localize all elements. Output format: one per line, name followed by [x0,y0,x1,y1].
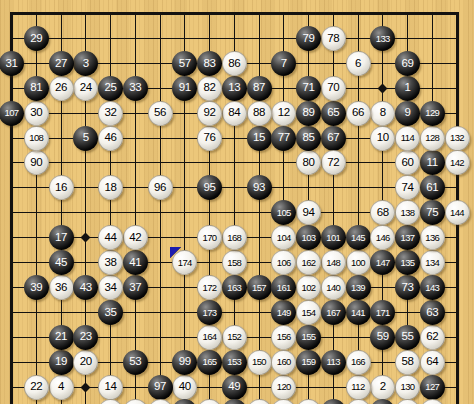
stone-161[interactable]: 161 [271,275,296,300]
stone-94[interactable]: 94 [296,200,321,225]
stone-128[interactable]: 128 [420,126,445,151]
stone-148[interactable]: 148 [321,250,346,275]
stone-75[interactable]: 75 [420,200,445,225]
partial-stone[interactable] [197,399,222,404]
stone-92[interactable]: 92 [197,101,222,126]
stone-31[interactable]: 31 [0,51,24,76]
stone-83[interactable]: 83 [197,51,222,76]
stone-55[interactable]: 55 [395,325,420,350]
stone-16[interactable]: 16 [49,175,74,200]
stone-152[interactable]: 152 [222,325,247,350]
stone-59[interactable]: 59 [370,325,395,350]
stone-158[interactable]: 158 [222,250,247,275]
stone-17[interactable]: 17 [49,225,74,250]
stone-62[interactable]: 62 [420,325,445,350]
stone-160[interactable]: 160 [271,350,296,375]
stone-86[interactable]: 86 [222,51,247,76]
stone-157[interactable]: 157 [247,275,272,300]
stone-57[interactable]: 57 [172,51,197,76]
stone-171[interactable]: 171 [370,300,395,325]
stone-41[interactable]: 41 [123,250,148,275]
stone-78[interactable]: 78 [321,26,346,51]
star-point [81,233,91,243]
grid-line-vertical [333,12,334,404]
stone-37[interactable]: 37 [123,275,148,300]
stone-139[interactable]: 139 [346,275,371,300]
stone-93[interactable]: 93 [247,175,272,200]
stone-80[interactable]: 80 [296,150,321,175]
stone-65[interactable]: 65 [321,101,346,126]
stone-46[interactable]: 46 [98,126,123,151]
stone-144[interactable]: 144 [445,200,470,225]
grid-line-horizontal [10,187,459,188]
stone-5[interactable]: 5 [73,126,98,151]
stone-1[interactable]: 1 [395,76,420,101]
stone-53[interactable]: 53 [123,350,148,375]
stone-4[interactable]: 4 [49,375,74,400]
stone-164[interactable]: 164 [197,325,222,350]
partial-stone[interactable] [395,399,420,404]
stone-135[interactable]: 135 [395,250,420,275]
stone-44[interactable]: 44 [98,225,123,250]
stone-147[interactable]: 147 [370,250,395,275]
stone-26[interactable]: 26 [49,76,74,101]
stone-163[interactable]: 163 [222,275,247,300]
stone-66[interactable]: 66 [346,101,371,126]
grid-line-vertical [36,12,37,404]
stone-74[interactable]: 74 [395,175,420,200]
stone-3[interactable]: 3 [73,51,98,76]
stone-39[interactable]: 39 [24,275,49,300]
stone-138[interactable]: 138 [395,200,420,225]
stone-23[interactable]: 23 [73,325,98,350]
stone-172[interactable]: 172 [197,275,222,300]
stone-77[interactable]: 77 [271,126,296,151]
stone-56[interactable]: 56 [148,101,173,126]
grid-line-vertical [110,12,111,404]
stone-18[interactable]: 18 [98,175,123,200]
stone-130[interactable]: 130 [395,375,420,400]
stone-2[interactable]: 2 [370,375,395,400]
stone-99[interactable]: 99 [172,350,197,375]
stone-108[interactable]: 108 [24,126,49,151]
stone-85[interactable]: 85 [296,126,321,151]
stone-9[interactable]: 9 [395,101,420,126]
stone-25[interactable]: 25 [98,76,123,101]
stone-84[interactable]: 84 [222,101,247,126]
stone-134[interactable]: 134 [420,250,445,275]
stone-14[interactable]: 14 [98,375,123,400]
stone-64[interactable]: 64 [420,350,445,375]
stone-88[interactable]: 88 [247,101,272,126]
stone-70[interactable]: 70 [321,76,346,101]
stone-72[interactable]: 72 [321,150,346,175]
stone-159[interactable]: 159 [296,350,321,375]
partial-stone[interactable] [420,399,445,404]
stone-32[interactable]: 32 [98,101,123,126]
stone-21[interactable]: 21 [49,325,74,350]
stone-45[interactable]: 45 [49,250,74,275]
stone-107[interactable]: 107 [0,101,24,126]
stone-34[interactable]: 34 [98,275,123,300]
go-diagram: 1234567891011121314151617181920212223242… [0,0,474,404]
stone-27[interactable]: 27 [49,51,74,76]
stone-162[interactable]: 162 [296,250,321,275]
stone-168[interactable]: 168 [222,225,247,250]
stone-136[interactable]: 136 [420,225,445,250]
go-board[interactable]: 1234567891011121314151617181920212223242… [0,0,474,404]
partial-stone[interactable] [346,399,371,404]
stone-112[interactable]: 112 [346,375,371,400]
stone-40[interactable]: 40 [172,375,197,400]
stone-132[interactable]: 132 [445,126,470,151]
stone-106[interactable]: 106 [271,250,296,275]
stone-7[interactable]: 7 [271,51,296,76]
stone-76[interactable]: 76 [197,126,222,151]
stone-58[interactable]: 58 [395,350,420,375]
stone-11[interactable]: 11 [420,150,445,175]
stone-174[interactable]: 174 [172,250,197,275]
star-point [81,382,91,392]
stone-95[interactable]: 95 [197,175,222,200]
stone-22[interactable]: 22 [24,375,49,400]
stone-129[interactable]: 129 [420,101,445,126]
grid-line-vertical [259,12,260,404]
stone-140[interactable]: 140 [321,275,346,300]
stone-8[interactable]: 8 [370,101,395,126]
partial-stone[interactable] [98,399,123,404]
stone-69[interactable]: 69 [395,51,420,76]
stone-153[interactable]: 153 [222,350,247,375]
stone-96[interactable]: 96 [148,175,173,200]
partial-stone[interactable] [271,399,296,404]
stone-127[interactable]: 127 [420,375,445,400]
stone-113[interactable]: 113 [321,350,346,375]
stone-97[interactable]: 97 [148,375,173,400]
stone-170[interactable]: 170 [197,225,222,250]
partial-stone[interactable] [123,399,148,404]
stone-103[interactable]: 103 [296,225,321,250]
stone-79[interactable]: 79 [296,26,321,51]
stone-101[interactable]: 101 [321,225,346,250]
stone-150[interactable]: 150 [247,350,272,375]
stone-30[interactable]: 30 [24,101,49,126]
stone-61[interactable]: 61 [420,175,445,200]
stone-81[interactable]: 81 [24,76,49,101]
stone-91[interactable]: 91 [172,76,197,101]
stone-29[interactable]: 29 [24,26,49,51]
last-move-marker [170,247,181,258]
stone-167[interactable]: 167 [321,300,346,325]
stone-155[interactable]: 155 [296,325,321,350]
stone-82[interactable]: 82 [197,76,222,101]
stone-143[interactable]: 143 [420,275,445,300]
partial-stone[interactable] [222,399,247,404]
stone-146[interactable]: 146 [370,225,395,250]
stone-149[interactable]: 149 [271,300,296,325]
partial-stone[interactable] [148,399,173,404]
stone-89[interactable]: 89 [296,101,321,126]
stone-10[interactable]: 10 [370,126,395,151]
partial-stone[interactable] [321,399,346,404]
stone-87[interactable]: 87 [247,76,272,101]
stone-68[interactable]: 68 [370,200,395,225]
partial-stone[interactable] [247,399,272,404]
grid-line-vertical [160,12,161,404]
stone-120[interactable]: 120 [271,375,296,400]
stone-104[interactable]: 104 [271,225,296,250]
stone-173[interactable]: 173 [197,300,222,325]
grid-line-vertical [135,12,136,404]
stone-38[interactable]: 38 [98,250,123,275]
stone-145[interactable]: 145 [346,225,371,250]
stone-114[interactable]: 114 [395,126,420,151]
grid-line-horizontal [10,162,459,163]
stone-156[interactable]: 156 [271,325,296,350]
stone-24[interactable]: 24 [73,76,98,101]
stone-165[interactable]: 165 [197,350,222,375]
stone-49[interactable]: 49 [222,375,247,400]
stone-102[interactable]: 102 [296,275,321,300]
stone-19[interactable]: 19 [49,350,74,375]
stone-166[interactable]: 166 [346,350,371,375]
stone-71[interactable]: 71 [296,76,321,101]
stone-6[interactable]: 6 [346,51,371,76]
partial-stone[interactable] [172,399,197,404]
star-point [378,83,388,93]
stone-12[interactable]: 12 [271,101,296,126]
partial-stone[interactable] [296,399,321,404]
stone-33[interactable]: 33 [123,76,148,101]
stone-13[interactable]: 13 [222,76,247,101]
stone-42[interactable]: 42 [123,225,148,250]
stone-137[interactable]: 137 [395,225,420,250]
stone-60[interactable]: 60 [395,150,420,175]
stone-35[interactable]: 35 [98,300,123,325]
stone-154[interactable]: 154 [296,300,321,325]
stone-43[interactable]: 43 [73,275,98,300]
stone-73[interactable]: 73 [395,275,420,300]
stone-90[interactable]: 90 [24,150,49,175]
partial-stone[interactable] [370,399,395,404]
stone-15[interactable]: 15 [247,126,272,151]
stone-105[interactable]: 105 [271,200,296,225]
stone-67[interactable]: 67 [321,126,346,151]
stone-20[interactable]: 20 [73,350,98,375]
grid-line-horizontal [10,12,459,15]
stone-36[interactable]: 36 [49,275,74,300]
stone-142[interactable]: 142 [445,150,470,175]
stone-63[interactable]: 63 [420,300,445,325]
stone-100[interactable]: 100 [346,250,371,275]
stone-133[interactable]: 133 [370,26,395,51]
stone-141[interactable]: 141 [346,300,371,325]
